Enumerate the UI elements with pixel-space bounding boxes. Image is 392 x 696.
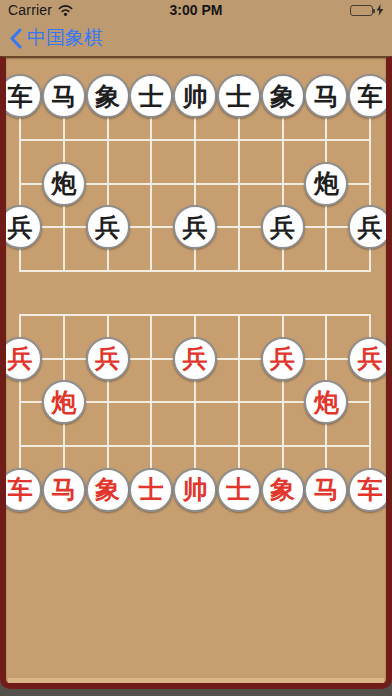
- black-horse[interactable]: 马: [304, 74, 348, 118]
- board-cell: [108, 140, 152, 184]
- back-label: 中国象棋: [27, 25, 103, 51]
- board-cell: [195, 140, 239, 184]
- black-cannon[interactable]: 炮: [42, 162, 86, 206]
- black-soldier[interactable]: 兵: [173, 205, 217, 249]
- black-elephant[interactable]: 象: [86, 74, 130, 118]
- black-horse[interactable]: 马: [42, 74, 86, 118]
- red-soldier[interactable]: 兵: [86, 337, 130, 381]
- black-advisor[interactable]: 士: [129, 74, 173, 118]
- board-cell: [151, 402, 195, 446]
- black-soldier[interactable]: 兵: [261, 205, 305, 249]
- red-advisor[interactable]: 士: [129, 468, 173, 512]
- red-soldier[interactable]: 兵: [348, 337, 392, 381]
- black-chariot[interactable]: 车: [348, 74, 392, 118]
- wifi-icon: [57, 4, 74, 16]
- red-chariot[interactable]: 车: [0, 468, 42, 512]
- back-button[interactable]: 中国象棋: [9, 25, 103, 51]
- board-cell: [195, 402, 239, 446]
- carrier-label: Carrier: [8, 2, 52, 18]
- black-chariot[interactable]: 车: [0, 74, 42, 118]
- navigation-bar: 中国象棋: [0, 20, 392, 56]
- black-soldier[interactable]: 兵: [348, 205, 392, 249]
- red-horse[interactable]: 马: [42, 468, 86, 512]
- board-cell: [108, 402, 152, 446]
- top-bars: Carrier 3:00 PM 中国象棋: [0, 0, 392, 56]
- black-advisor[interactable]: 士: [217, 74, 261, 118]
- red-soldier[interactable]: 兵: [0, 337, 42, 381]
- black-elephant[interactable]: 象: [261, 74, 305, 118]
- board-cell: [239, 140, 283, 184]
- red-elephant[interactable]: 象: [261, 468, 305, 512]
- river: [19, 272, 371, 313]
- charging-bolt-icon: [376, 4, 384, 16]
- board-frame: 车马象士帅士象马车炮炮兵兵兵兵兵兵兵兵兵兵炮炮车马象士帅士象马车: [0, 56, 392, 689]
- status-bar: Carrier 3:00 PM: [0, 0, 392, 20]
- red-soldier[interactable]: 兵: [261, 337, 305, 381]
- red-chariot[interactable]: 车: [348, 468, 392, 512]
- black-soldier[interactable]: 兵: [86, 205, 130, 249]
- red-elephant[interactable]: 象: [86, 468, 130, 512]
- red-cannon[interactable]: 炮: [42, 380, 86, 424]
- black-cannon[interactable]: 炮: [304, 162, 348, 206]
- battery-icon: [350, 5, 373, 16]
- red-advisor[interactable]: 士: [217, 468, 261, 512]
- board-cell: [151, 140, 195, 184]
- black-general[interactable]: 帅: [173, 74, 217, 118]
- board-cell: [239, 402, 283, 446]
- chevron-left-icon: [9, 28, 22, 49]
- red-horse[interactable]: 马: [304, 468, 348, 512]
- red-soldier[interactable]: 兵: [173, 337, 217, 381]
- red-general[interactable]: 帅: [173, 468, 217, 512]
